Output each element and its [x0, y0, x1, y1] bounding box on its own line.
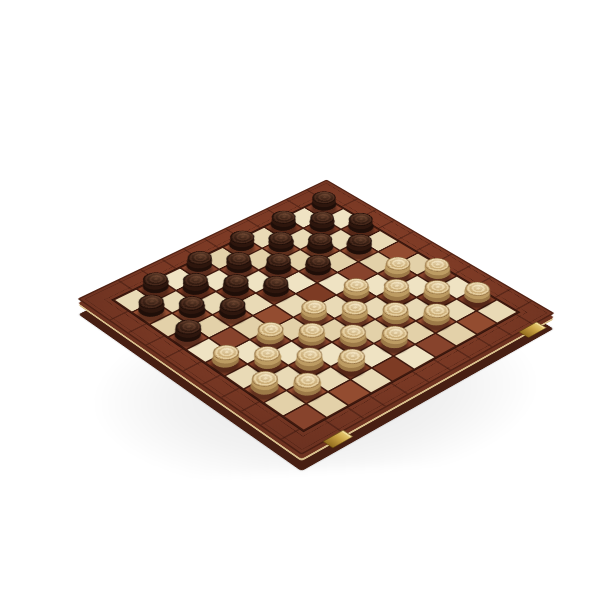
dark-piece[interactable] [215, 305, 250, 325]
square-r5c3[interactable] [257, 283, 294, 304]
product-photo-scene [0, 0, 600, 600]
dark-piece[interactable] [258, 283, 293, 303]
light-piece[interactable] [246, 379, 283, 401]
